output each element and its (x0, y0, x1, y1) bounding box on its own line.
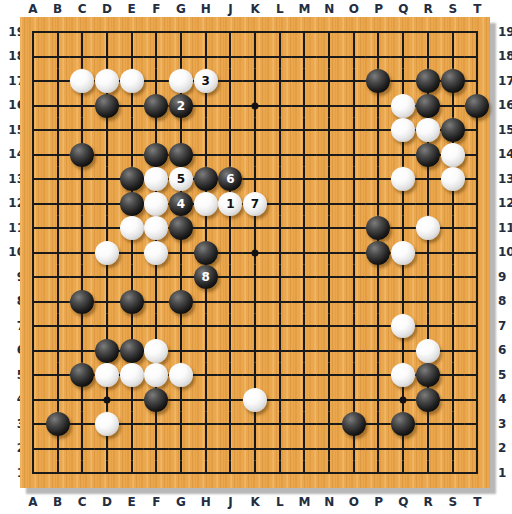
intersection-n3[interactable] (317, 412, 342, 437)
intersection-e6[interactable] (119, 338, 144, 363)
intersection-s12[interactable] (440, 191, 465, 216)
intersection-m5[interactable] (292, 363, 317, 388)
intersection-m15[interactable] (292, 118, 317, 143)
intersection-s11[interactable] (440, 216, 465, 241)
intersection-t3[interactable] (465, 412, 490, 437)
intersection-g1[interactable] (169, 461, 194, 486)
intersection-d5[interactable] (95, 363, 120, 388)
intersection-b12[interactable] (45, 191, 70, 216)
intersection-h1[interactable] (193, 461, 218, 486)
intersection-j3[interactable] (218, 412, 243, 437)
intersection-l13[interactable] (267, 167, 292, 192)
intersection-b19[interactable] (45, 20, 70, 45)
intersection-h11[interactable] (193, 216, 218, 241)
intersection-r4[interactable] (416, 387, 441, 412)
intersection-p8[interactable] (366, 289, 391, 314)
intersection-h8[interactable] (193, 289, 218, 314)
intersection-g18[interactable] (169, 44, 194, 69)
intersection-l1[interactable] (267, 461, 292, 486)
intersection-n11[interactable] (317, 216, 342, 241)
intersection-q17[interactable] (391, 69, 416, 94)
intersection-e19[interactable] (119, 20, 144, 45)
intersection-g15[interactable] (169, 118, 194, 143)
intersection-s19[interactable] (440, 20, 465, 45)
intersection-e8[interactable] (119, 289, 144, 314)
intersection-m18[interactable] (292, 44, 317, 69)
intersection-a6[interactable] (21, 338, 46, 363)
intersection-s7[interactable] (440, 314, 465, 339)
intersection-p18[interactable] (366, 44, 391, 69)
intersection-b8[interactable] (45, 289, 70, 314)
intersection-f16[interactable] (144, 93, 169, 118)
intersection-e16[interactable] (119, 93, 144, 118)
intersection-t7[interactable] (465, 314, 490, 339)
intersection-q12[interactable] (391, 191, 416, 216)
intersection-o7[interactable] (341, 314, 366, 339)
intersection-a4[interactable] (21, 387, 46, 412)
intersection-f11[interactable] (144, 216, 169, 241)
intersection-o1[interactable] (341, 461, 366, 486)
intersection-q4[interactable] (391, 387, 416, 412)
intersection-a2[interactable] (21, 436, 46, 461)
intersection-b3[interactable] (45, 412, 70, 437)
intersection-c16[interactable] (70, 93, 95, 118)
intersection-l19[interactable] (267, 20, 292, 45)
intersection-t19[interactable] (465, 20, 490, 45)
intersection-p16[interactable] (366, 93, 391, 118)
intersection-j19[interactable] (218, 20, 243, 45)
intersection-l17[interactable] (267, 69, 292, 94)
intersection-p10[interactable] (366, 240, 391, 265)
intersection-a14[interactable] (21, 142, 46, 167)
intersection-l3[interactable] (267, 412, 292, 437)
intersection-q9[interactable] (391, 265, 416, 290)
intersection-d16[interactable] (95, 93, 120, 118)
intersection-p9[interactable] (366, 265, 391, 290)
intersection-g14[interactable] (169, 142, 194, 167)
intersection-g13[interactable]: 5 (169, 167, 194, 192)
intersection-c12[interactable] (70, 191, 95, 216)
intersection-p15[interactable] (366, 118, 391, 143)
intersection-o6[interactable] (341, 338, 366, 363)
intersection-p17[interactable] (366, 69, 391, 94)
intersection-b11[interactable] (45, 216, 70, 241)
intersection-c11[interactable] (70, 216, 95, 241)
intersection-f12[interactable] (144, 191, 169, 216)
intersection-r10[interactable] (416, 240, 441, 265)
intersection-q7[interactable] (391, 314, 416, 339)
intersection-f6[interactable] (144, 338, 169, 363)
intersection-s4[interactable] (440, 387, 465, 412)
intersection-k17[interactable] (243, 69, 268, 94)
intersection-g3[interactable] (169, 412, 194, 437)
intersection-n15[interactable] (317, 118, 342, 143)
intersection-b14[interactable] (45, 142, 70, 167)
intersection-e10[interactable] (119, 240, 144, 265)
intersection-p13[interactable] (366, 167, 391, 192)
intersection-g19[interactable] (169, 20, 194, 45)
intersection-p6[interactable] (366, 338, 391, 363)
intersection-t1[interactable] (465, 461, 490, 486)
intersection-t8[interactable] (465, 289, 490, 314)
intersection-g6[interactable] (169, 338, 194, 363)
intersection-s16[interactable] (440, 93, 465, 118)
intersection-j15[interactable] (218, 118, 243, 143)
intersection-j9[interactable] (218, 265, 243, 290)
intersection-m16[interactable] (292, 93, 317, 118)
intersection-q3[interactable] (391, 412, 416, 437)
intersection-a1[interactable] (21, 461, 46, 486)
intersection-f17[interactable] (144, 69, 169, 94)
intersection-f13[interactable] (144, 167, 169, 192)
intersection-n5[interactable] (317, 363, 342, 388)
intersection-r11[interactable] (416, 216, 441, 241)
intersection-e15[interactable] (119, 118, 144, 143)
intersection-o14[interactable] (341, 142, 366, 167)
intersection-d1[interactable] (95, 461, 120, 486)
intersection-t2[interactable] (465, 436, 490, 461)
intersection-o12[interactable] (341, 191, 366, 216)
intersection-h16[interactable] (193, 93, 218, 118)
intersection-o5[interactable] (341, 363, 366, 388)
intersection-q15[interactable] (391, 118, 416, 143)
intersection-c18[interactable] (70, 44, 95, 69)
intersection-k11[interactable] (243, 216, 268, 241)
intersection-j17[interactable] (218, 69, 243, 94)
intersection-s10[interactable] (440, 240, 465, 265)
intersection-o15[interactable] (341, 118, 366, 143)
intersection-n7[interactable] (317, 314, 342, 339)
intersection-s14[interactable] (440, 142, 465, 167)
intersection-d12[interactable] (95, 191, 120, 216)
intersection-n16[interactable] (317, 93, 342, 118)
intersection-k2[interactable] (243, 436, 268, 461)
intersection-q18[interactable] (391, 44, 416, 69)
intersection-p2[interactable] (366, 436, 391, 461)
intersection-l9[interactable] (267, 265, 292, 290)
intersection-t14[interactable] (465, 142, 490, 167)
intersection-n2[interactable] (317, 436, 342, 461)
intersection-d13[interactable] (95, 167, 120, 192)
intersection-o10[interactable] (341, 240, 366, 265)
intersection-q13[interactable] (391, 167, 416, 192)
intersection-o11[interactable] (341, 216, 366, 241)
intersection-s1[interactable] (440, 461, 465, 486)
intersection-j1[interactable] (218, 461, 243, 486)
intersection-n17[interactable] (317, 69, 342, 94)
intersection-q5[interactable] (391, 363, 416, 388)
intersection-j16[interactable] (218, 93, 243, 118)
intersection-n9[interactable] (317, 265, 342, 290)
intersection-n4[interactable] (317, 387, 342, 412)
intersection-c15[interactable] (70, 118, 95, 143)
intersection-g16[interactable]: 2 (169, 93, 194, 118)
intersection-m9[interactable] (292, 265, 317, 290)
intersection-f3[interactable] (144, 412, 169, 437)
intersection-r17[interactable] (416, 69, 441, 94)
intersection-m7[interactable] (292, 314, 317, 339)
intersection-k3[interactable] (243, 412, 268, 437)
intersection-b4[interactable] (45, 387, 70, 412)
intersection-c10[interactable] (70, 240, 95, 265)
intersection-f19[interactable] (144, 20, 169, 45)
intersection-l2[interactable] (267, 436, 292, 461)
intersection-q6[interactable] (391, 338, 416, 363)
intersection-m2[interactable] (292, 436, 317, 461)
intersection-f10[interactable] (144, 240, 169, 265)
intersection-t17[interactable] (465, 69, 490, 94)
intersection-c2[interactable] (70, 436, 95, 461)
intersection-p12[interactable] (366, 191, 391, 216)
intersection-g17[interactable] (169, 69, 194, 94)
intersection-r2[interactable] (416, 436, 441, 461)
intersection-h17[interactable]: 3 (193, 69, 218, 94)
intersection-a13[interactable] (21, 167, 46, 192)
intersection-j12[interactable]: 1 (218, 191, 243, 216)
intersection-m14[interactable] (292, 142, 317, 167)
intersection-r13[interactable] (416, 167, 441, 192)
intersection-f5[interactable] (144, 363, 169, 388)
intersection-e1[interactable] (119, 461, 144, 486)
intersection-q14[interactable] (391, 142, 416, 167)
intersection-j7[interactable] (218, 314, 243, 339)
intersection-k8[interactable] (243, 289, 268, 314)
intersection-t13[interactable] (465, 167, 490, 192)
intersection-j8[interactable] (218, 289, 243, 314)
intersection-s3[interactable] (440, 412, 465, 437)
intersection-h13[interactable] (193, 167, 218, 192)
intersection-n14[interactable] (317, 142, 342, 167)
intersection-e13[interactable] (119, 167, 144, 192)
intersection-b13[interactable] (45, 167, 70, 192)
intersection-a15[interactable] (21, 118, 46, 143)
intersection-b9[interactable] (45, 265, 70, 290)
intersection-g8[interactable] (169, 289, 194, 314)
intersection-k4[interactable] (243, 387, 268, 412)
intersection-n10[interactable] (317, 240, 342, 265)
intersection-a16[interactable] (21, 93, 46, 118)
intersection-h18[interactable] (193, 44, 218, 69)
intersection-b7[interactable] (45, 314, 70, 339)
intersection-h19[interactable] (193, 20, 218, 45)
intersection-h6[interactable] (193, 338, 218, 363)
intersection-h2[interactable] (193, 436, 218, 461)
intersection-t4[interactable] (465, 387, 490, 412)
intersection-c14[interactable] (70, 142, 95, 167)
intersection-e7[interactable] (119, 314, 144, 339)
intersection-h14[interactable] (193, 142, 218, 167)
intersection-o8[interactable] (341, 289, 366, 314)
intersection-s18[interactable] (440, 44, 465, 69)
intersection-t5[interactable] (465, 363, 490, 388)
intersection-p7[interactable] (366, 314, 391, 339)
intersection-c19[interactable] (70, 20, 95, 45)
intersection-k13[interactable] (243, 167, 268, 192)
intersection-m17[interactable] (292, 69, 317, 94)
intersection-t9[interactable] (465, 265, 490, 290)
intersection-t10[interactable] (465, 240, 490, 265)
intersection-l11[interactable] (267, 216, 292, 241)
intersection-f18[interactable] (144, 44, 169, 69)
intersection-l5[interactable] (267, 363, 292, 388)
intersection-k19[interactable] (243, 20, 268, 45)
intersection-q19[interactable] (391, 20, 416, 45)
intersection-m13[interactable] (292, 167, 317, 192)
intersection-c13[interactable] (70, 167, 95, 192)
intersection-q10[interactable] (391, 240, 416, 265)
intersection-q8[interactable] (391, 289, 416, 314)
intersection-c17[interactable] (70, 69, 95, 94)
intersection-m3[interactable] (292, 412, 317, 437)
intersection-f4[interactable] (144, 387, 169, 412)
intersection-l15[interactable] (267, 118, 292, 143)
intersection-s8[interactable] (440, 289, 465, 314)
intersection-m11[interactable] (292, 216, 317, 241)
intersection-d18[interactable] (95, 44, 120, 69)
intersection-g4[interactable] (169, 387, 194, 412)
intersection-h10[interactable] (193, 240, 218, 265)
intersection-o18[interactable] (341, 44, 366, 69)
intersection-m1[interactable] (292, 461, 317, 486)
intersection-g12[interactable]: 4 (169, 191, 194, 216)
intersection-j10[interactable] (218, 240, 243, 265)
intersection-f8[interactable] (144, 289, 169, 314)
intersection-l10[interactable] (267, 240, 292, 265)
intersection-g11[interactable] (169, 216, 194, 241)
intersection-k6[interactable] (243, 338, 268, 363)
intersection-r7[interactable] (416, 314, 441, 339)
intersection-b15[interactable] (45, 118, 70, 143)
intersection-c5[interactable] (70, 363, 95, 388)
intersection-b17[interactable] (45, 69, 70, 94)
intersection-j6[interactable] (218, 338, 243, 363)
intersection-a19[interactable] (21, 20, 46, 45)
intersection-d17[interactable] (95, 69, 120, 94)
intersection-h5[interactable] (193, 363, 218, 388)
intersection-a12[interactable] (21, 191, 46, 216)
intersection-s15[interactable] (440, 118, 465, 143)
intersection-r14[interactable] (416, 142, 441, 167)
intersection-p1[interactable] (366, 461, 391, 486)
intersection-o9[interactable] (341, 265, 366, 290)
intersection-d15[interactable] (95, 118, 120, 143)
intersection-n8[interactable] (317, 289, 342, 314)
intersection-a7[interactable] (21, 314, 46, 339)
intersection-h4[interactable] (193, 387, 218, 412)
intersection-m4[interactable] (292, 387, 317, 412)
intersection-t18[interactable] (465, 44, 490, 69)
intersection-c7[interactable] (70, 314, 95, 339)
intersection-k1[interactable] (243, 461, 268, 486)
intersection-a8[interactable] (21, 289, 46, 314)
intersection-q11[interactable] (391, 216, 416, 241)
intersection-a5[interactable] (21, 363, 46, 388)
intersection-b10[interactable] (45, 240, 70, 265)
intersection-l16[interactable] (267, 93, 292, 118)
intersection-s13[interactable] (440, 167, 465, 192)
intersection-l14[interactable] (267, 142, 292, 167)
intersection-p3[interactable] (366, 412, 391, 437)
intersection-r6[interactable] (416, 338, 441, 363)
intersection-o16[interactable] (341, 93, 366, 118)
intersection-b5[interactable] (45, 363, 70, 388)
intersection-f1[interactable] (144, 461, 169, 486)
intersection-r16[interactable] (416, 93, 441, 118)
intersection-k18[interactable] (243, 44, 268, 69)
intersection-b16[interactable] (45, 93, 70, 118)
intersection-f7[interactable] (144, 314, 169, 339)
intersection-k10[interactable] (243, 240, 268, 265)
intersection-c9[interactable] (70, 265, 95, 290)
intersection-t16[interactable] (465, 93, 490, 118)
intersection-k9[interactable] (243, 265, 268, 290)
intersection-j5[interactable] (218, 363, 243, 388)
intersection-b2[interactable] (45, 436, 70, 461)
intersection-e14[interactable] (119, 142, 144, 167)
intersection-p4[interactable] (366, 387, 391, 412)
intersection-m6[interactable] (292, 338, 317, 363)
intersection-t11[interactable] (465, 216, 490, 241)
intersection-d2[interactable] (95, 436, 120, 461)
intersection-k7[interactable] (243, 314, 268, 339)
intersection-t6[interactable] (465, 338, 490, 363)
intersection-p11[interactable] (366, 216, 391, 241)
intersection-o13[interactable] (341, 167, 366, 192)
intersection-a17[interactable] (21, 69, 46, 94)
intersection-j14[interactable] (218, 142, 243, 167)
intersection-e3[interactable] (119, 412, 144, 437)
intersection-d6[interactable] (95, 338, 120, 363)
intersection-m19[interactable] (292, 20, 317, 45)
intersection-r5[interactable] (416, 363, 441, 388)
intersection-a18[interactable] (21, 44, 46, 69)
intersection-l18[interactable] (267, 44, 292, 69)
intersection-c4[interactable] (70, 387, 95, 412)
intersection-q1[interactable] (391, 461, 416, 486)
intersection-e9[interactable] (119, 265, 144, 290)
intersection-h7[interactable] (193, 314, 218, 339)
intersection-a9[interactable] (21, 265, 46, 290)
intersection-a11[interactable] (21, 216, 46, 241)
intersection-l6[interactable] (267, 338, 292, 363)
intersection-r3[interactable] (416, 412, 441, 437)
intersection-d9[interactable] (95, 265, 120, 290)
intersection-g9[interactable] (169, 265, 194, 290)
intersection-n6[interactable] (317, 338, 342, 363)
intersection-p14[interactable] (366, 142, 391, 167)
intersection-e5[interactable] (119, 363, 144, 388)
intersection-d10[interactable] (95, 240, 120, 265)
intersection-c6[interactable] (70, 338, 95, 363)
intersection-k16[interactable] (243, 93, 268, 118)
intersection-l8[interactable] (267, 289, 292, 314)
intersection-d3[interactable] (95, 412, 120, 437)
intersection-a3[interactable] (21, 412, 46, 437)
intersection-q2[interactable] (391, 436, 416, 461)
intersection-e11[interactable] (119, 216, 144, 241)
intersection-b6[interactable] (45, 338, 70, 363)
intersection-k5[interactable] (243, 363, 268, 388)
intersection-m8[interactable] (292, 289, 317, 314)
intersection-e18[interactable] (119, 44, 144, 69)
intersection-j4[interactable] (218, 387, 243, 412)
intersection-r8[interactable] (416, 289, 441, 314)
intersection-l12[interactable] (267, 191, 292, 216)
intersection-n18[interactable] (317, 44, 342, 69)
intersection-o19[interactable] (341, 20, 366, 45)
intersection-n19[interactable] (317, 20, 342, 45)
intersection-n13[interactable] (317, 167, 342, 192)
